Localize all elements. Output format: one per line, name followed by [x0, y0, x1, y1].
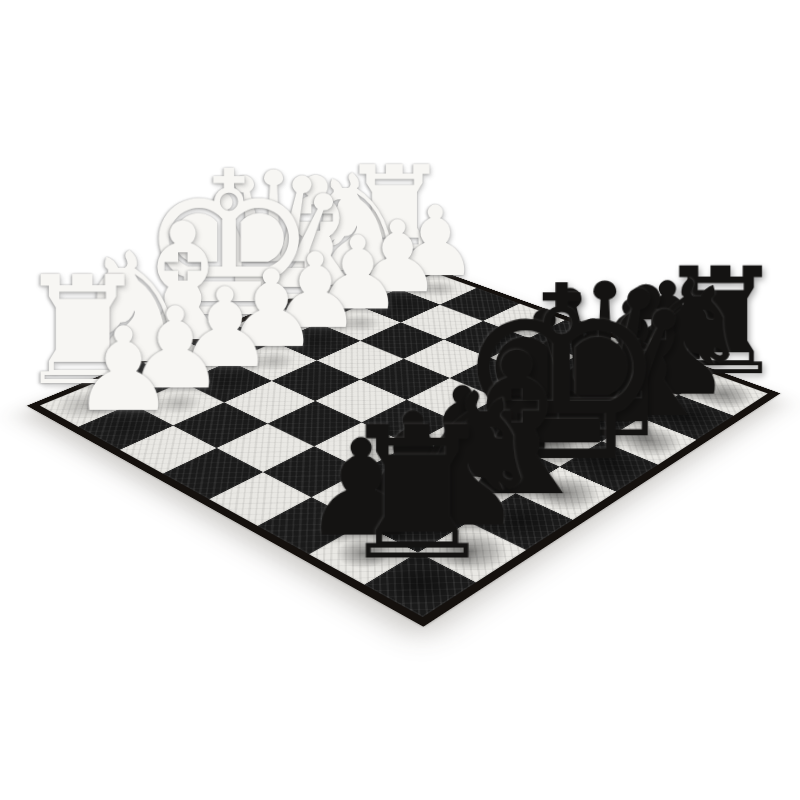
piece-black-rook-h8: ♜: [252, 403, 581, 586]
giant-chess-product-photo: ♜♟♟♜♞♟♟♞♝♟♟♝♛♟♟♛♚♟♟♚♝♟♟♝♞♟♟♞♜♟♟♜: [0, 0, 800, 800]
chess-board: ♜♟♟♜♞♟♟♞♝♟♟♝♛♟♟♛♚♟♟♚♝♟♟♝♞♟♟♞♜♟♟♜: [27, 255, 780, 627]
square-h8: ♜: [364, 552, 476, 617]
piece-white-pawn-h2: ♟: [19, 312, 228, 428]
